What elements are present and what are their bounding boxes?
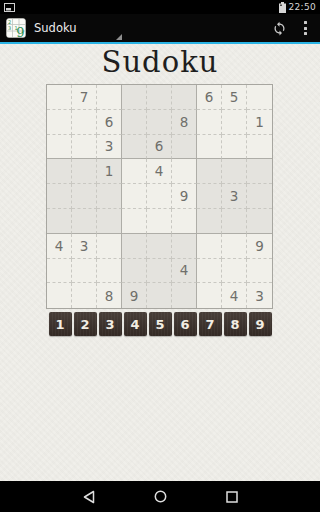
cell-r8c9[interactable]	[247, 259, 272, 284]
cell-r3c7[interactable]	[197, 135, 222, 160]
cell-r5c1[interactable]	[47, 184, 72, 209]
cell-r2c6[interactable]: 8	[172, 110, 197, 135]
nav-recents-button[interactable]	[224, 489, 240, 505]
spinner-caret-icon	[116, 34, 122, 40]
app-screen: 22:50 2 3 1 9 Sudoku Sudoku 765681361493…	[0, 0, 320, 512]
cell-r2c7[interactable]	[197, 110, 222, 135]
cell-r7c4[interactable]	[122, 234, 147, 259]
cell-r5c4[interactable]	[122, 184, 147, 209]
numpad-button-2[interactable]: 2	[74, 312, 97, 336]
numpad-button-7[interactable]: 7	[199, 312, 222, 336]
cell-r3c2[interactable]	[72, 135, 97, 160]
cell-r6c1[interactable]	[47, 209, 72, 234]
home-icon	[154, 490, 167, 503]
cell-r4c1[interactable]	[47, 159, 72, 184]
cell-r8c6[interactable]: 4	[172, 259, 197, 284]
cell-r8c7[interactable]	[197, 259, 222, 284]
cell-r6c8[interactable]	[222, 209, 247, 234]
cell-r7c7[interactable]	[197, 234, 222, 259]
cell-r6c3[interactable]	[97, 209, 122, 234]
cell-r3c6[interactable]	[172, 135, 197, 160]
refresh-icon	[272, 21, 287, 36]
cell-r7c8[interactable]	[222, 234, 247, 259]
sudoku-board: 76568136149343948943	[46, 84, 273, 309]
cell-r8c1[interactable]	[47, 259, 72, 284]
cell-r7c2[interactable]: 3	[72, 234, 97, 259]
cell-r9c4[interactable]: 9	[122, 283, 147, 308]
cell-r2c9[interactable]: 1	[247, 110, 272, 135]
action-bar-title: Sudoku	[34, 21, 77, 35]
cell-r3c9[interactable]	[247, 135, 272, 160]
cell-r8c4[interactable]	[122, 259, 147, 284]
cell-r4c8[interactable]	[222, 159, 247, 184]
cell-r2c3[interactable]: 6	[97, 110, 122, 135]
nav-home-button[interactable]	[152, 489, 168, 505]
cell-r5c5[interactable]	[147, 184, 172, 209]
battery-icon	[279, 2, 286, 13]
numpad-button-8[interactable]: 8	[224, 312, 247, 336]
app-icon-digit-3: 3	[8, 25, 11, 31]
cell-r3c5[interactable]: 6	[147, 135, 172, 160]
cell-r4c7[interactable]	[197, 159, 222, 184]
cell-r5c3[interactable]	[97, 184, 122, 209]
cell-r4c2[interactable]	[72, 159, 97, 184]
cell-r4c9[interactable]	[247, 159, 272, 184]
cell-r7c5[interactable]	[147, 234, 172, 259]
cell-r5c9[interactable]	[247, 184, 272, 209]
cell-r1c7[interactable]: 6	[197, 85, 222, 110]
cell-r6c4[interactable]	[122, 209, 147, 234]
cell-r8c5[interactable]	[147, 259, 172, 284]
cell-r4c4[interactable]	[122, 159, 147, 184]
app-icon-digit-2: 2	[8, 19, 11, 25]
cell-r9c3[interactable]: 8	[97, 283, 122, 308]
cell-r2c4[interactable]	[122, 110, 147, 135]
numpad-button-6[interactable]: 6	[174, 312, 197, 336]
cell-r9c7[interactable]	[197, 283, 222, 308]
back-icon	[82, 490, 95, 504]
cell-r5c8[interactable]: 3	[222, 184, 247, 209]
cell-r7c6[interactable]	[172, 234, 197, 259]
cell-r1c5[interactable]	[147, 85, 172, 110]
status-bar: 22:50	[0, 0, 320, 14]
numpad-button-1[interactable]: 1	[49, 312, 72, 336]
cell-r5c2[interactable]	[72, 184, 97, 209]
recents-icon	[226, 491, 238, 503]
cell-r9c1[interactable]	[47, 283, 72, 308]
cell-r4c3[interactable]: 1	[97, 159, 122, 184]
screenshot-notification-icon	[4, 3, 15, 12]
cell-r7c3[interactable]	[97, 234, 122, 259]
cell-r7c9[interactable]: 9	[247, 234, 272, 259]
overflow-menu-icon	[304, 21, 307, 35]
numpad: 123456789	[0, 312, 320, 336]
action-bar: 2 3 1 9 Sudoku	[0, 14, 320, 42]
numpad-button-4[interactable]: 4	[124, 312, 147, 336]
cell-r1c4[interactable]	[122, 85, 147, 110]
numpad-button-3[interactable]: 3	[99, 312, 122, 336]
cell-r3c8[interactable]	[222, 135, 247, 160]
cell-r1c8[interactable]: 5	[222, 85, 247, 110]
app-icon: 2 3 1 9	[6, 18, 26, 38]
cell-r9c8[interactable]: 4	[222, 283, 247, 308]
cell-r9c2[interactable]	[72, 283, 97, 308]
puzzle-folder-spinner[interactable]: Sudoku	[34, 14, 77, 42]
cell-r2c1[interactable]	[47, 110, 72, 135]
cell-r5c6[interactable]: 9	[172, 184, 197, 209]
cell-r6c5[interactable]	[147, 209, 172, 234]
cell-r2c2[interactable]	[72, 110, 97, 135]
cell-r3c3[interactable]: 3	[97, 135, 122, 160]
status-time: 22:50	[289, 2, 316, 12]
cell-r1c1[interactable]	[47, 85, 72, 110]
app-icon-digit-9: 9	[16, 25, 24, 38]
numpad-button-5[interactable]: 5	[149, 312, 172, 336]
cell-r8c2[interactable]	[72, 259, 97, 284]
cell-r5c7[interactable]	[197, 184, 222, 209]
cell-r8c8[interactable]	[222, 259, 247, 284]
numpad-button-9[interactable]: 9	[249, 312, 272, 336]
cell-r6c6[interactable]	[172, 209, 197, 234]
cell-r1c2[interactable]: 7	[72, 85, 97, 110]
cell-r1c6[interactable]	[172, 85, 197, 110]
cell-r4c5[interactable]: 4	[147, 159, 172, 184]
nav-back-button[interactable]	[80, 489, 96, 505]
cell-r1c9[interactable]	[247, 85, 272, 110]
cell-r6c9[interactable]	[247, 209, 272, 234]
cell-r9c6[interactable]	[172, 283, 197, 308]
cell-r1c3[interactable]	[97, 85, 122, 110]
navigation-bar	[0, 481, 320, 512]
cell-r3c1[interactable]	[47, 135, 72, 160]
overflow-menu-button[interactable]	[294, 14, 316, 42]
cell-r6c7[interactable]	[197, 209, 222, 234]
page-title: Sudoku	[0, 44, 320, 81]
cell-r8c3[interactable]	[97, 259, 122, 284]
cell-r2c8[interactable]	[222, 110, 247, 135]
cell-r9c9[interactable]: 3	[247, 283, 272, 308]
restart-button[interactable]	[264, 14, 294, 42]
cell-r7c1[interactable]: 4	[47, 234, 72, 259]
cell-r6c2[interactable]	[72, 209, 97, 234]
cell-r4c6[interactable]	[172, 159, 197, 184]
cell-r9c5[interactable]	[147, 283, 172, 308]
cell-r2c5[interactable]	[147, 110, 172, 135]
cell-r3c4[interactable]	[122, 135, 147, 160]
